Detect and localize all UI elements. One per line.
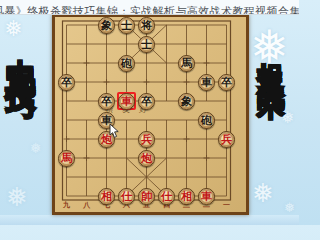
piece-black-砲[interactable]: 砲 xyxy=(118,55,135,72)
snowflake-icon: ❅ xyxy=(6,182,28,212)
snowflake-icon: ❅ xyxy=(281,108,294,127)
piece-red-炮[interactable]: 炮 xyxy=(138,150,155,167)
piece-glyph: 兵 xyxy=(221,133,232,144)
piece-red-仕[interactable]: 仕 xyxy=(118,188,135,205)
piece-red-馬[interactable]: 馬 xyxy=(58,150,75,167)
piece-black-卒[interactable]: 卒 xyxy=(58,74,75,91)
piece-glyph: 象 xyxy=(181,95,192,106)
piece-glyph: 将 xyxy=(141,19,152,30)
piece-black-将[interactable]: 将 xyxy=(138,17,155,34)
piece-glyph: 砲 xyxy=(201,114,212,125)
piece-glyph: 相 xyxy=(181,190,192,201)
video-title-text: 风暴》终极杀戮技巧集锦：实战解析与高效战术教程视频合集 xyxy=(0,5,299,15)
caption-right-vertical: 捉双战术 xyxy=(258,41,285,81)
piece-glyph: 兵 xyxy=(141,133,152,144)
piece-red-仕[interactable]: 仕 xyxy=(158,188,175,205)
video-title-bar: 风暴》终极杀戮技巧集锦：实战解析与高效战术教程视频合集 xyxy=(0,0,299,15)
piece-glyph: 仕 xyxy=(161,190,172,201)
bottom-background-strip xyxy=(0,215,299,225)
piece-black-卒[interactable]: 卒 xyxy=(98,93,115,110)
snowflake-icon: ❅ xyxy=(30,140,42,156)
piece-glyph: 車 xyxy=(201,190,212,201)
piece-red-兵[interactable]: 兵 xyxy=(138,131,155,148)
file-label-8: 八 xyxy=(80,202,94,209)
piece-black-卒[interactable]: 卒 xyxy=(138,93,155,110)
piece-black-象[interactable]: 象 xyxy=(98,17,115,34)
piece-black-象[interactable]: 象 xyxy=(178,93,195,110)
piece-black-車[interactable]: 車 xyxy=(198,74,215,91)
piece-black-士[interactable]: 士 xyxy=(138,36,155,53)
snowflake-icon: ❅ xyxy=(284,200,295,215)
piece-red-相[interactable]: 相 xyxy=(98,188,115,205)
piece-red-兵[interactable]: 兵 xyxy=(218,131,235,148)
piece-black-砲[interactable]: 砲 xyxy=(198,112,215,129)
piece-glyph: 帥 xyxy=(141,190,152,201)
piece-red-車[interactable]: 車 xyxy=(198,188,215,205)
piece-red-車[interactable]: 車 xyxy=(118,93,135,110)
piece-glyph: 相 xyxy=(101,190,112,201)
snowflake-icon: ❅ xyxy=(252,178,274,208)
piece-black-卒[interactable]: 卒 xyxy=(218,74,235,91)
piece-red-相[interactable]: 相 xyxy=(178,188,195,205)
piece-glyph: 馬 xyxy=(181,57,192,68)
piece-black-馬[interactable]: 馬 xyxy=(178,55,195,72)
piece-glyph: 車 xyxy=(121,95,132,106)
xiangqi-board[interactable]: 棋友好 象士将士砲馬卒車卒卒車卒象車砲炮兵兵馬炮相仕帥仕相車 九八七六五四三二一 xyxy=(52,14,249,215)
piece-black-士[interactable]: 士 xyxy=(118,17,135,34)
piece-glyph: 炮 xyxy=(141,152,152,163)
piece-glyph: 卒 xyxy=(141,95,152,106)
caption-left-vertical: 中局技巧 xyxy=(6,35,36,79)
piece-glyph: 士 xyxy=(121,19,132,30)
piece-glyph: 馬 xyxy=(61,152,72,163)
piece-glyph: 卒 xyxy=(221,76,232,87)
piece-red-帥[interactable]: 帥 xyxy=(138,188,155,205)
piece-glyph: 仕 xyxy=(121,190,132,201)
piece-glyph: 象 xyxy=(101,19,112,30)
file-label-9: 九 xyxy=(60,202,74,209)
file-label-1: 一 xyxy=(220,202,234,209)
piece-glyph: 士 xyxy=(141,38,152,49)
piece-glyph: 砲 xyxy=(121,57,132,68)
mouse-cursor-icon xyxy=(109,124,120,143)
piece-glyph: 卒 xyxy=(101,95,112,106)
piece-glyph: 卒 xyxy=(61,76,72,87)
piece-glyph: 車 xyxy=(201,76,212,87)
